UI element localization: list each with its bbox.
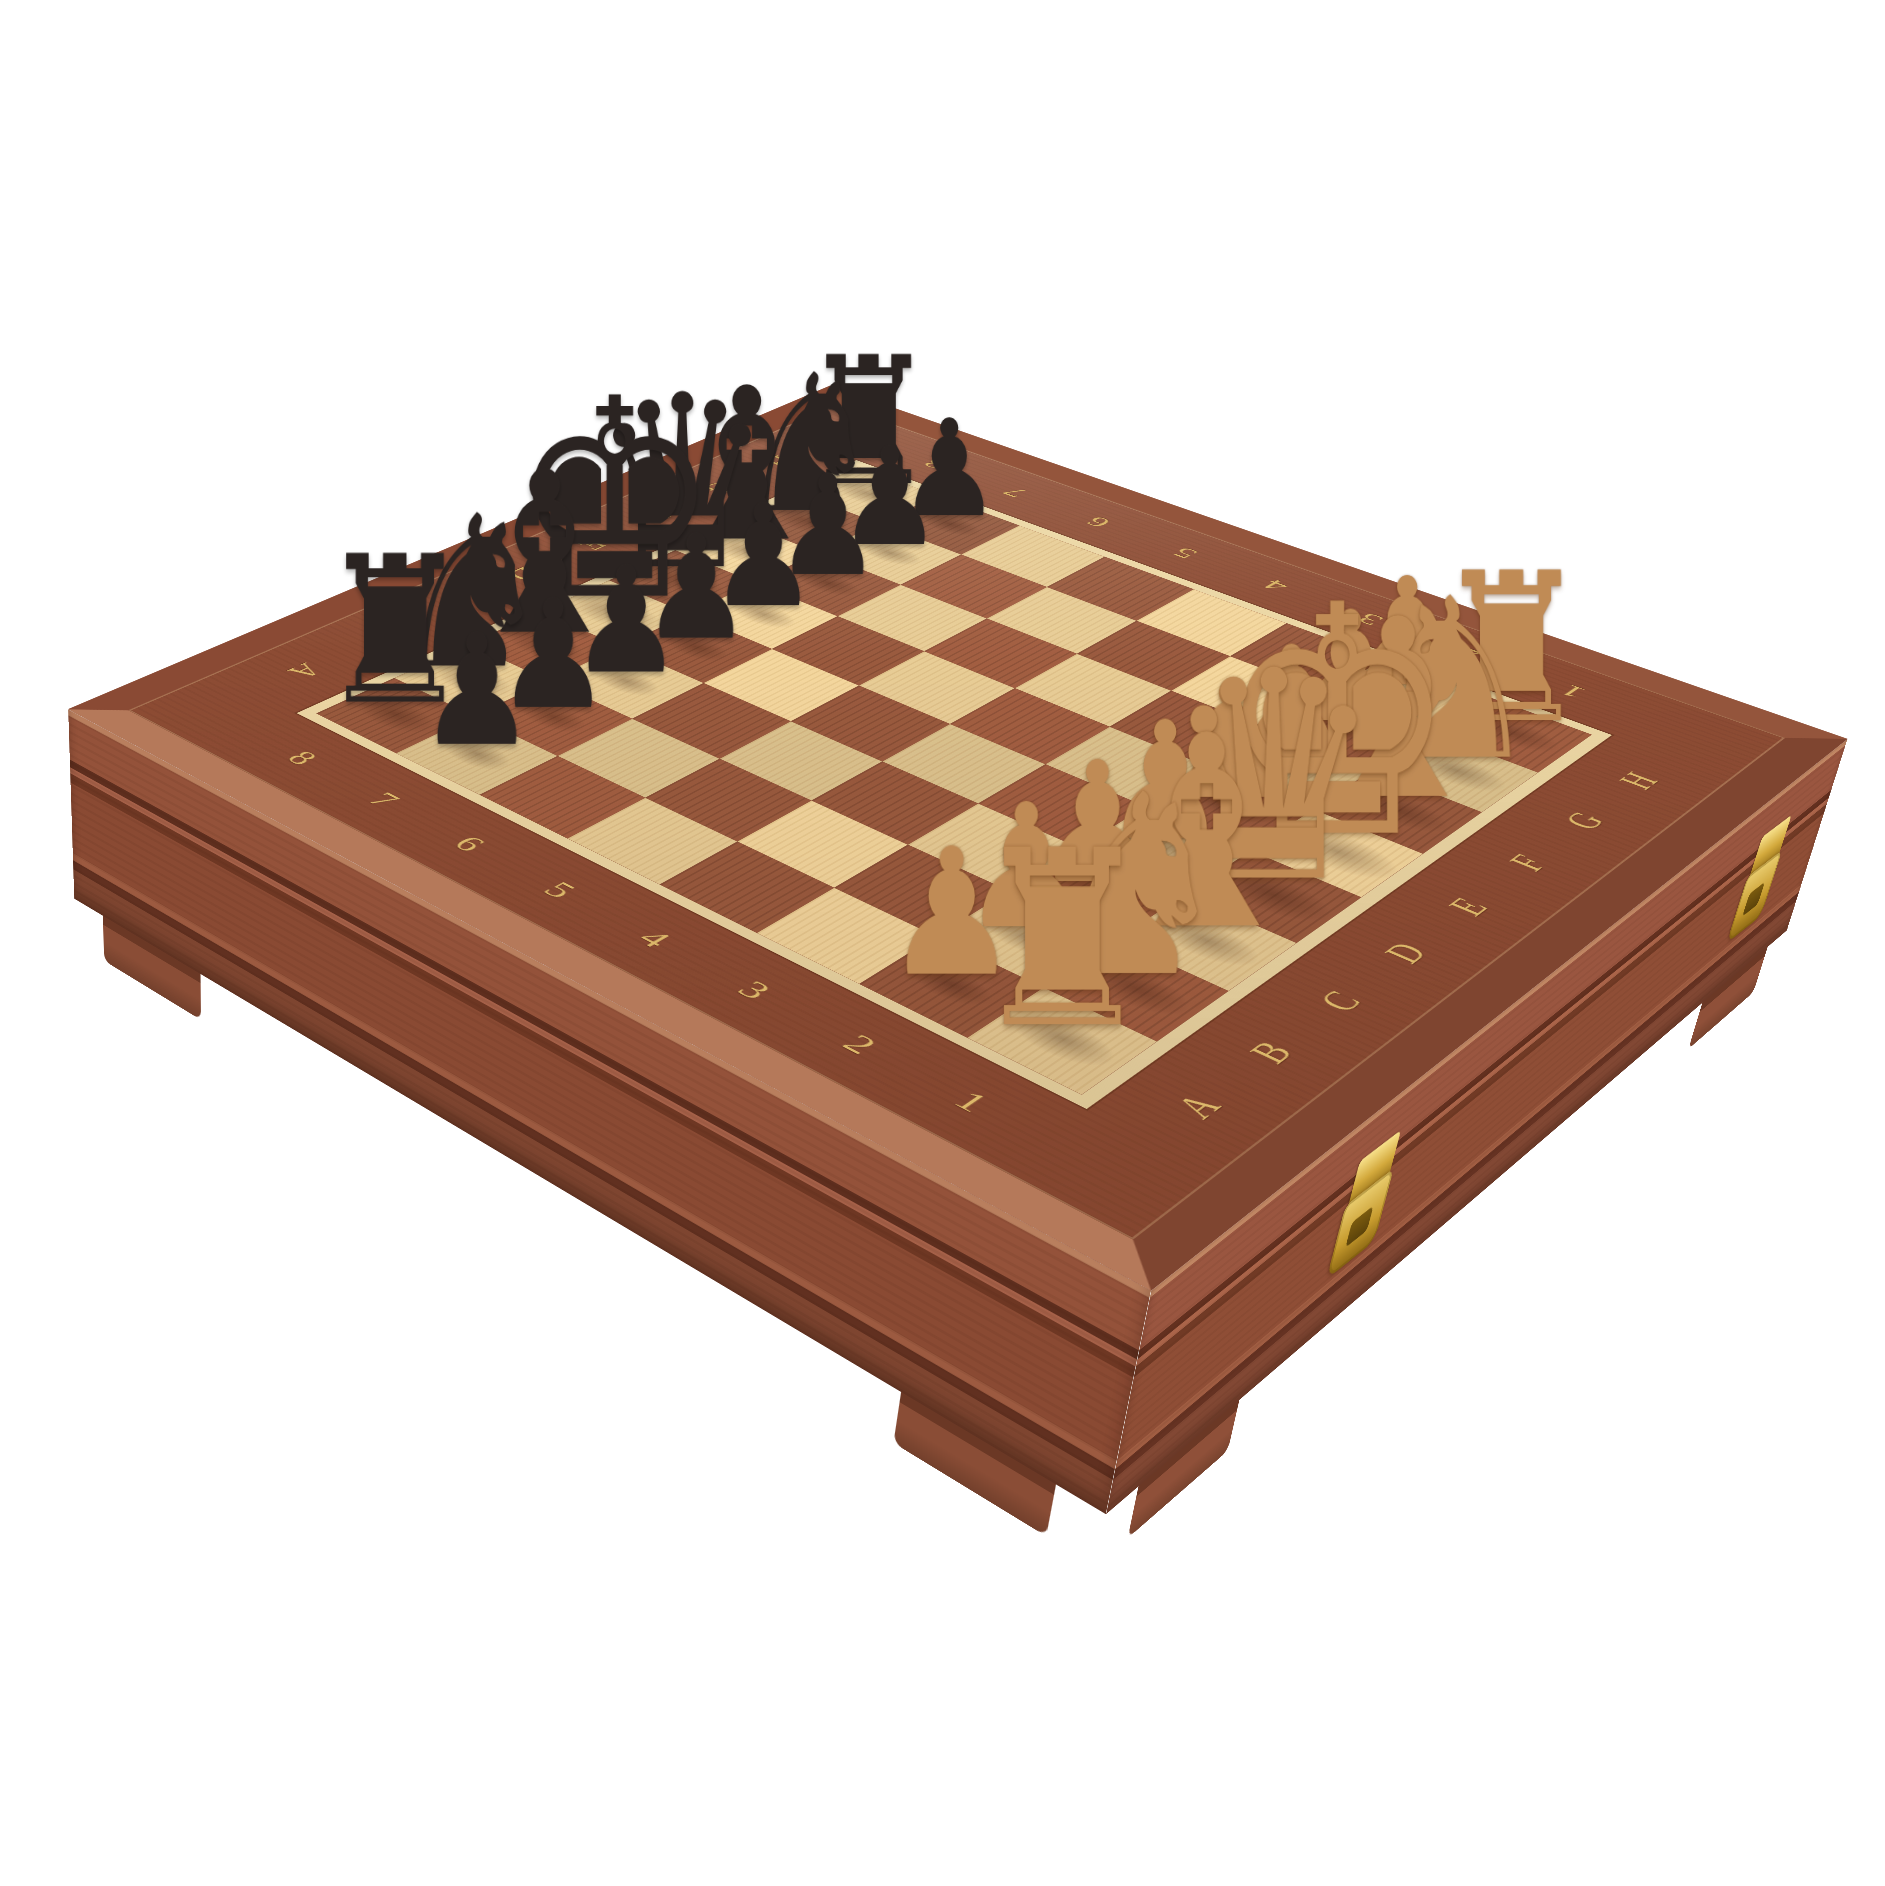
brass-clasp-near [1326, 1127, 1404, 1279]
white-rook-icon: ♜ [970, 818, 1156, 1062]
photo-scene: 1122334455667788AABBCCDDEEFFGGHH ♜♞♝♚♛♝♞… [0, 0, 1885, 1886]
box-foot-left [103, 916, 201, 1020]
brass-clasp-far [1726, 813, 1794, 943]
box-foot-near-right [1128, 1400, 1240, 1539]
box-foot-near [893, 1392, 1056, 1536]
black-pawn-icon: ♟ [418, 613, 536, 768]
product-photo-canvas: 1122334455667788AABBCCDDEEFFGGHH ♜♞♝♚♛♝♞… [0, 0, 1885, 1886]
box-foot-right [1688, 947, 1767, 1050]
chess-board: 1122334455667788AABBCCDDEEFFGGHH ♜♞♝♚♛♝♞… [68, 386, 1847, 1291]
